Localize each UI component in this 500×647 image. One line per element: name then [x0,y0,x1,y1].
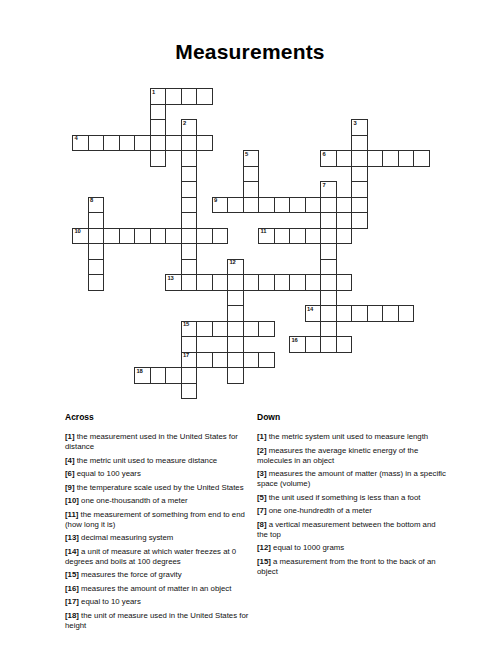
cell-r3c5[interactable] [150,135,167,152]
cell-r17c8[interactable] [196,352,213,369]
down-clues-list: [1] the metric system unit used to measu… [257,432,447,577]
cell-r12c10[interactable] [227,274,244,291]
clue-number: [15] [257,557,271,566]
cell-number: 16 [292,338,298,344]
clue-number: [9] [65,483,75,492]
cell-r10c1[interactable] [88,243,105,260]
cell-r14c20[interactable] [382,305,399,322]
cell-r4c18[interactable] [351,150,368,167]
down-clue-15: [15] a measurement from the front to the… [257,557,447,577]
cell-r4c21[interactable] [398,150,415,167]
cell-r14c17[interactable] [336,305,353,322]
cell-r14c15[interactable]: 14 [305,305,322,322]
cell-r7c9[interactable]: 9 [212,197,229,214]
across-clue-10: [10] one one-thousandth of a meter [65,496,249,506]
cell-r7c10[interactable] [227,197,244,214]
cell-number: 5 [245,152,248,158]
cell-r16c16[interactable] [320,336,337,353]
cell-r8c18[interactable] [351,212,368,229]
cell-r5c18[interactable] [351,166,368,183]
cell-r9c15[interactable] [305,228,322,245]
cell-r3c18[interactable] [351,135,368,152]
cell-number: 2 [183,121,186,127]
cell-r4c22[interactable] [413,150,430,167]
cell-r4c7[interactable] [181,150,198,167]
clue-number: [7] [257,506,267,515]
cell-r0c6[interactable] [165,88,182,105]
cell-r14c19[interactable] [367,305,384,322]
clue-number: [11] [65,510,78,519]
clue-number: [18] [65,611,79,620]
across-header: Across [65,412,249,422]
cell-r12c12[interactable] [258,274,275,291]
cell-r14c10[interactable] [227,305,244,322]
cell-r9c4[interactable] [134,228,151,245]
page-title: Measurements [0,40,500,64]
down-header: Down [257,412,447,422]
cell-number: 14 [307,307,313,313]
cell-r8c16[interactable] [320,212,337,229]
cell-r16c10[interactable] [227,336,244,353]
across-clue-14: [14] a unit of measure at which water fr… [65,547,249,567]
across-clues-column: Across [1] the measurement used in the U… [65,412,249,634]
cell-r7c11[interactable] [243,197,260,214]
clue-number: [14] [65,547,79,556]
cell-r12c13[interactable] [274,274,291,291]
cell-r4c17[interactable] [336,150,353,167]
cell-r4c16[interactable]: 6 [320,150,337,167]
cell-number: 1 [152,90,155,96]
cell-r2c5[interactable] [150,119,167,136]
cell-r12c8[interactable] [196,274,213,291]
cell-r18c10[interactable] [227,367,244,384]
cell-r9c0[interactable]: 10 [72,228,89,245]
cell-r3c6[interactable] [165,135,182,152]
cell-number: 10 [75,229,81,235]
cell-number: 18 [137,369,143,375]
cell-r7c18[interactable] [351,197,368,214]
cell-r12c9[interactable] [212,274,229,291]
cell-number: 4 [75,136,78,142]
cell-r4c20[interactable] [382,150,399,167]
clue-number: [13] [65,533,79,542]
cell-number: 13 [168,276,174,282]
cell-r15c7[interactable]: 15 [181,321,198,338]
cell-r0c7[interactable] [181,88,198,105]
cell-r15c11[interactable] [243,321,260,338]
cell-number: 6 [323,152,326,158]
across-clue-13: [13] decimal measuring system [65,533,249,543]
cell-number: 9 [214,198,217,204]
cell-r19c7[interactable] [181,383,198,400]
down-clue-5: [5] the unit used if something is less t… [257,493,447,503]
across-clue-11: [11] the measurement of something from e… [65,510,249,530]
clue-number: [1] [65,432,75,441]
clues-section: Across [1] the measurement used in the U… [65,412,447,634]
cell-r6c7[interactable] [181,181,198,198]
cell-r6c16[interactable]: 7 [320,181,337,198]
cell-r17c10[interactable] [227,352,244,369]
clue-number: [3] [257,469,267,478]
cell-r18c7[interactable] [181,367,198,384]
cell-r18c5[interactable] [150,367,167,384]
cell-r18c4[interactable]: 18 [134,367,151,384]
cell-r7c14[interactable] [289,197,306,214]
cell-r14c18[interactable] [351,305,368,322]
cell-r1c5[interactable] [150,104,167,121]
cell-r14c21[interactable] [398,305,415,322]
cell-r17c7[interactable]: 17 [181,352,198,369]
down-clue-3: [3] measures the amount of matter (mass)… [257,469,447,489]
cell-r11c10[interactable]: 12 [227,259,244,276]
cell-r7c17[interactable] [336,197,353,214]
clue-number: [5] [257,493,267,502]
clue-number: [17] [65,597,79,606]
clue-number: [6] [65,469,75,478]
cell-r17c9[interactable] [212,352,229,369]
cell-r16c14[interactable]: 16 [289,336,306,353]
cell-r14c16[interactable] [320,305,337,322]
cell-r2c7[interactable]: 2 [181,119,198,136]
cell-r17c12[interactable] [258,352,275,369]
cell-r4c5[interactable] [150,150,167,167]
down-clues-column: Down [1] the metric system unit used to … [257,412,447,634]
cell-r12c6[interactable]: 13 [165,274,182,291]
cell-r3c1[interactable] [88,135,105,152]
clue-number: [1] [257,432,267,441]
cell-r13c16[interactable] [320,290,337,307]
cell-r9c6[interactable] [165,228,182,245]
across-clues-list: [1] the measurement used in the United S… [65,432,249,631]
cell-r3c8[interactable] [196,135,213,152]
cell-r7c13[interactable] [274,197,291,214]
cell-r10c7[interactable] [181,243,198,260]
clue-number: [15] [65,570,79,579]
cell-r15c8[interactable] [196,321,213,338]
cell-r18c6[interactable] [165,367,182,384]
cell-r15c16[interactable] [320,321,337,338]
across-clue-4: [4] the metric unit used to measure dist… [65,456,249,466]
cell-r12c17[interactable] [336,274,353,291]
cell-r2c18[interactable]: 3 [351,119,368,136]
cell-r0c5[interactable]: 1 [150,88,167,105]
down-clue-7: [7] one one-hundredth of a meter [257,506,447,516]
crossword-grid: 123456789101112131415161718 [72,88,430,399]
cell-r3c0[interactable]: 4 [72,135,89,152]
cell-r8c7[interactable] [181,212,198,229]
cell-r17c11[interactable] [243,352,260,369]
cell-r9c7[interactable] [181,228,198,245]
cell-r4c11[interactable]: 5 [243,150,260,167]
cell-number: 8 [90,198,93,204]
across-clue-1: [1] the measurement used in the United S… [65,432,249,452]
clue-number: [10] [65,496,79,505]
cell-r13c10[interactable] [227,290,244,307]
cell-r15c10[interactable] [227,321,244,338]
cell-r6c11[interactable] [243,181,260,198]
cell-number: 11 [261,229,267,235]
cell-r11c16[interactable] [320,259,337,276]
cell-r12c7[interactable] [181,274,198,291]
down-clue-12: [12] equal to 1000 grams [257,543,447,553]
across-clue-15: [15] measures the force of gravity [65,570,249,580]
cell-r12c11[interactable] [243,274,260,291]
clue-number: [16] [65,584,79,593]
cell-number: 17 [183,353,189,359]
cell-r3c7[interactable] [181,135,198,152]
down-clue-2: [2] measures the average kinetic energy … [257,446,447,466]
cell-r5c11[interactable] [243,166,260,183]
cell-r9c13[interactable] [274,228,291,245]
cell-number: 12 [230,260,236,266]
clue-number: [4] [65,456,75,465]
cell-number: 7 [323,183,326,189]
cell-r9c2[interactable] [103,228,120,245]
cell-r12c16[interactable] [320,274,337,291]
cell-r12c15[interactable] [305,274,322,291]
clue-number: [12] [257,543,271,552]
cell-r7c15[interactable] [305,197,322,214]
cell-number: 3 [354,121,357,127]
cell-r3c2[interactable] [103,135,120,152]
cell-r16c7[interactable] [181,336,198,353]
clue-number: [2] [257,446,267,455]
cell-r12c14[interactable] [289,274,306,291]
cell-r10c16[interactable] [320,243,337,260]
cell-r7c16[interactable] [320,197,337,214]
cell-r9c17[interactable] [336,228,353,245]
cell-r4c19[interactable] [367,150,384,167]
cell-r5c7[interactable] [181,166,198,183]
cell-r11c7[interactable] [181,259,198,276]
cell-r9c16[interactable] [320,228,337,245]
across-clue-6: [6] equal to 100 years [65,469,249,479]
across-clue-18: [18] the unit of measure used in the Uni… [65,611,249,631]
down-clue-1: [1] the metric system unit used to measu… [257,432,447,442]
cell-r6c18[interactable] [351,181,368,198]
cell-r8c1[interactable] [88,212,105,229]
cell-r12c1[interactable] [88,274,105,291]
across-clue-16: [16] measures the amount of matter in an… [65,584,249,594]
cell-r7c7[interactable] [181,197,198,214]
cell-r3c4[interactable] [134,135,151,152]
cell-r9c5[interactable] [150,228,167,245]
cell-r9c8[interactable] [196,228,213,245]
cell-r3c3[interactable] [119,135,136,152]
cell-r16c15[interactable] [305,336,322,353]
cell-r7c12[interactable] [258,197,275,214]
cell-r15c12[interactable] [258,321,275,338]
cell-r11c1[interactable] [88,259,105,276]
across-clue-17: [17] equal to 10 years [65,597,249,607]
clue-number: [8] [257,520,267,529]
cell-number: 15 [183,322,189,328]
down-clue-8: [8] a vertical measurement between the b… [257,520,447,540]
cell-r16c17[interactable] [336,336,353,353]
cell-r9c1[interactable] [88,228,105,245]
cell-r15c9[interactable] [212,321,229,338]
cell-r9c12[interactable]: 11 [258,228,275,245]
cell-r7c1[interactable]: 8 [88,197,105,214]
cell-r9c9[interactable] [212,228,229,245]
cell-r0c8[interactable] [196,88,213,105]
cell-r9c3[interactable] [119,228,136,245]
across-clue-9: [9] the temperature scale used by the Un… [65,483,249,493]
cell-r9c14[interactable] [289,228,306,245]
